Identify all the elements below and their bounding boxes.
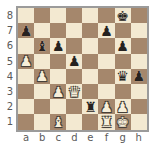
square-e7[interactable] [82, 23, 98, 38]
square-c1[interactable]: ♝ [50, 114, 66, 129]
square-f6[interactable] [98, 38, 114, 53]
square-e5[interactable] [82, 54, 98, 69]
square-b4[interactable]: ♟ [34, 69, 50, 84]
square-d6[interactable] [66, 38, 82, 53]
square-f8[interactable] [98, 8, 114, 23]
square-g1[interactable]: ♚ [115, 114, 131, 129]
square-h3[interactable] [131, 84, 147, 99]
square-g4[interactable]: ♛ [115, 69, 131, 84]
file-label-f: f [98, 132, 114, 143]
piece-black-pawn[interactable]: ♟ [20, 23, 33, 37]
square-d8[interactable] [66, 8, 82, 23]
square-b5[interactable] [34, 54, 50, 69]
file-label-d: d [66, 132, 82, 143]
piece-black-queen[interactable]: ♛ [116, 69, 129, 83]
chess-board: ♚♟♟♝♟♟♟♟♟♛♟♟♛♜♟♟♝♜♚ [16, 6, 149, 132]
square-a3[interactable] [18, 84, 34, 99]
chess-diagram: 87654321 ♚♟♟♝♟♟♟♟♟♛♟♟♛♜♟♟♝♜♚ abcdefgh [0, 0, 149, 146]
square-a1[interactable] [18, 114, 34, 129]
piece-black-pawn[interactable]: ♟ [100, 23, 113, 37]
square-a5[interactable]: ♟ [18, 54, 34, 69]
piece-black-bishop[interactable]: ♝ [36, 38, 49, 52]
square-f7[interactable]: ♟ [98, 23, 114, 38]
file-label-g: g [115, 132, 131, 143]
square-g5[interactable] [115, 54, 131, 69]
square-d7[interactable] [66, 23, 82, 38]
square-e6[interactable] [82, 38, 98, 53]
piece-black-pawn[interactable]: ♟ [52, 38, 65, 52]
square-h1[interactable] [131, 114, 147, 129]
square-d4[interactable] [66, 69, 82, 84]
rank-label-5: 5 [0, 54, 13, 69]
piece-white-pawn[interactable]: ♟ [20, 54, 33, 68]
square-d2[interactable] [66, 99, 82, 114]
square-h8[interactable] [131, 8, 147, 23]
square-g3[interactable] [115, 84, 131, 99]
square-b6[interactable]: ♝ [34, 38, 50, 53]
square-a6[interactable] [18, 38, 34, 53]
piece-white-bishop[interactable]: ♝ [52, 114, 65, 128]
file-label-b: b [34, 132, 50, 143]
square-c2[interactable] [50, 99, 66, 114]
square-d3[interactable]: ♛ [66, 84, 82, 99]
piece-white-pawn[interactable]: ♟ [100, 99, 113, 113]
piece-black-pawn[interactable]: ♟ [68, 54, 81, 68]
file-label-a: a [18, 132, 34, 143]
piece-black-pawn[interactable]: ♟ [116, 38, 129, 52]
square-g7[interactable] [115, 23, 131, 38]
rank-label-1: 1 [0, 114, 13, 129]
square-g6[interactable]: ♟ [115, 38, 131, 53]
piece-white-pawn[interactable]: ♟ [116, 99, 129, 113]
square-g8[interactable]: ♚ [115, 8, 131, 23]
square-h5[interactable] [131, 54, 147, 69]
square-b3[interactable] [34, 84, 50, 99]
square-c3[interactable]: ♟ [50, 84, 66, 99]
file-label-e: e [82, 132, 98, 143]
square-g2[interactable]: ♟ [115, 99, 131, 114]
rank-label-4: 4 [0, 69, 13, 84]
file-label-c: c [50, 132, 66, 143]
square-a2[interactable] [18, 99, 34, 114]
piece-black-king[interactable]: ♚ [116, 8, 129, 22]
square-c4[interactable] [50, 69, 66, 84]
square-f1[interactable]: ♜ [98, 114, 114, 129]
square-h4[interactable]: ♟ [131, 69, 147, 84]
square-b1[interactable] [34, 114, 50, 129]
rank-label-3: 3 [0, 84, 13, 99]
piece-white-king[interactable]: ♚ [116, 114, 129, 128]
square-a7[interactable]: ♟ [18, 23, 34, 38]
square-h7[interactable] [131, 23, 147, 38]
square-a8[interactable] [18, 8, 34, 23]
square-e2[interactable]: ♜ [82, 99, 98, 114]
piece-black-pawn[interactable]: ♟ [132, 69, 145, 83]
file-label-h: h [131, 132, 147, 143]
rank-labels: 87654321 [0, 8, 13, 130]
file-labels: abcdefgh [18, 132, 147, 143]
square-h2[interactable] [131, 99, 147, 114]
rank-label-6: 6 [0, 38, 13, 53]
square-f2[interactable]: ♟ [98, 99, 114, 114]
square-a4[interactable] [18, 69, 34, 84]
square-c6[interactable]: ♟ [50, 38, 66, 53]
square-d1[interactable] [66, 114, 82, 129]
square-e3[interactable] [82, 84, 98, 99]
piece-white-pawn[interactable]: ♟ [36, 69, 49, 83]
rank-label-8: 8 [0, 8, 13, 23]
square-e1[interactable] [82, 114, 98, 129]
square-e4[interactable] [82, 69, 98, 84]
square-e8[interactable] [82, 8, 98, 23]
square-c7[interactable] [50, 23, 66, 38]
square-f4[interactable] [98, 69, 114, 84]
square-h6[interactable] [131, 38, 147, 53]
square-d5[interactable]: ♟ [66, 54, 82, 69]
rank-label-2: 2 [0, 99, 13, 114]
square-b8[interactable] [34, 8, 50, 23]
piece-white-rook[interactable]: ♜ [100, 114, 113, 128]
piece-white-pawn[interactable]: ♟ [52, 84, 65, 98]
square-c8[interactable] [50, 8, 66, 23]
rank-label-7: 7 [0, 23, 13, 38]
square-b2[interactable] [34, 99, 50, 114]
square-f3[interactable] [98, 84, 114, 99]
piece-white-queen[interactable]: ♛ [68, 84, 81, 98]
square-f5[interactable] [98, 54, 114, 69]
square-c5[interactable] [50, 54, 66, 69]
piece-black-rook[interactable]: ♜ [84, 99, 97, 113]
square-b7[interactable] [34, 23, 50, 38]
